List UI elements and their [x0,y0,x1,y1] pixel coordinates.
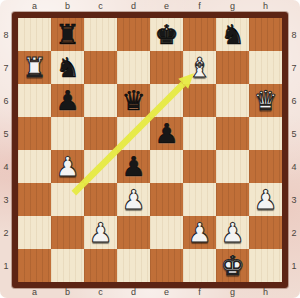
rank-label: 4 [0,150,12,183]
square-d6[interactable]: ♛ [117,84,150,117]
square-c4[interactable] [84,150,117,183]
chess-board[interactable]: ♜♚♞♜♞♝♟♛♛♟♟♟♟♟♟♟♟♚ [18,18,282,282]
square-b3[interactable] [51,183,84,216]
rank-label: 5 [0,117,12,150]
file-label: g [216,286,249,298]
piece-white-pawn[interactable]: ♟ [88,216,112,249]
piece-black-king[interactable]: ♚ [154,18,178,51]
rank-label: 8 [288,18,300,51]
square-e5[interactable]: ♟ [150,117,183,150]
file-label: e [150,286,183,298]
rank-label: 7 [288,51,300,84]
rank-label: 2 [288,216,300,249]
board-frame: ♜♚♞♜♞♝♟♛♛♟♟♟♟♟♟♟♟♚ [12,12,288,288]
square-c6[interactable] [84,84,117,117]
square-d2[interactable] [117,216,150,249]
piece-white-pawn[interactable]: ♟ [220,216,244,249]
file-label: h [249,286,282,298]
square-g3[interactable] [216,183,249,216]
rank-label: 7 [0,51,12,84]
square-c5[interactable] [84,117,117,150]
square-d7[interactable] [117,51,150,84]
square-f4[interactable] [183,150,216,183]
square-c3[interactable] [84,183,117,216]
square-e4[interactable] [150,150,183,183]
square-h8[interactable] [249,18,282,51]
piece-black-queen[interactable]: ♛ [121,84,145,117]
file-label: f [183,286,216,298]
file-label: f [183,0,216,12]
square-b5[interactable] [51,117,84,150]
square-d5[interactable] [117,117,150,150]
piece-white-pawn[interactable]: ♟ [55,150,79,183]
piece-black-pawn[interactable]: ♟ [154,117,178,150]
rank-label: 1 [0,249,12,282]
square-d3[interactable]: ♟ [117,183,150,216]
square-f5[interactable] [183,117,216,150]
square-g6[interactable] [216,84,249,117]
square-h4[interactable] [249,150,282,183]
square-f1[interactable] [183,249,216,282]
square-g2[interactable]: ♟ [216,216,249,249]
square-a5[interactable] [18,117,51,150]
rank-label: 4 [288,150,300,183]
square-d4[interactable]: ♟ [117,150,150,183]
piece-white-king[interactable]: ♚ [220,249,244,282]
piece-white-pawn[interactable]: ♟ [253,183,277,216]
square-h7[interactable] [249,51,282,84]
square-g8[interactable]: ♞ [216,18,249,51]
square-h6[interactable]: ♛ [249,84,282,117]
square-g5[interactable] [216,117,249,150]
square-f3[interactable] [183,183,216,216]
square-h3[interactable]: ♟ [249,183,282,216]
square-a4[interactable] [18,150,51,183]
piece-white-rook[interactable]: ♜ [22,51,46,84]
square-b7[interactable]: ♞ [51,51,84,84]
rank-label: 8 [0,18,12,51]
square-d1[interactable] [117,249,150,282]
piece-black-pawn[interactable]: ♟ [55,84,79,117]
file-label: b [51,0,84,12]
square-e1[interactable] [150,249,183,282]
square-a8[interactable] [18,18,51,51]
piece-black-rook[interactable]: ♜ [55,18,79,51]
file-label: c [84,0,117,12]
file-label: a [18,286,51,298]
rank-label: 2 [0,216,12,249]
file-label: c [84,286,117,298]
square-b6[interactable]: ♟ [51,84,84,117]
file-labels-bottom: abcdefgh [18,286,282,298]
piece-white-pawn[interactable]: ♟ [121,183,145,216]
rank-label: 6 [288,84,300,117]
square-b1[interactable] [51,249,84,282]
square-a1[interactable] [18,249,51,282]
square-h5[interactable] [249,117,282,150]
square-e2[interactable] [150,216,183,249]
rank-label: 3 [288,183,300,216]
square-c1[interactable] [84,249,117,282]
square-e6[interactable] [150,84,183,117]
square-e3[interactable] [150,183,183,216]
square-f7[interactable]: ♝ [183,51,216,84]
file-label: g [216,0,249,12]
square-h2[interactable] [249,216,282,249]
square-a2[interactable] [18,216,51,249]
rank-label: 1 [288,249,300,282]
rank-labels-left: 87654321 [0,18,12,282]
square-g4[interactable] [216,150,249,183]
file-label: h [249,0,282,12]
piece-black-knight[interactable]: ♞ [220,18,244,51]
square-d8[interactable] [117,18,150,51]
square-b4[interactable]: ♟ [51,150,84,183]
square-a6[interactable] [18,84,51,117]
file-label: d [117,0,150,12]
rank-label: 5 [288,117,300,150]
file-label: b [51,286,84,298]
file-label: a [18,0,51,12]
piece-white-bishop[interactable]: ♝ [187,51,211,84]
piece-white-pawn[interactable]: ♟ [187,216,211,249]
piece-white-queen[interactable]: ♛ [253,84,277,117]
square-f6[interactable] [183,84,216,117]
square-c2[interactable]: ♟ [84,216,117,249]
piece-black-pawn[interactable]: ♟ [121,150,145,183]
square-e7[interactable] [150,51,183,84]
square-g7[interactable] [216,51,249,84]
rank-label: 6 [0,84,12,117]
square-g1[interactable]: ♚ [216,249,249,282]
square-f2[interactable]: ♟ [183,216,216,249]
file-labels-top: abcdefgh [18,0,282,12]
square-f8[interactable] [183,18,216,51]
square-e8[interactable]: ♚ [150,18,183,51]
square-b2[interactable] [51,216,84,249]
square-a3[interactable] [18,183,51,216]
square-h1[interactable] [249,249,282,282]
square-c7[interactable] [84,51,117,84]
rank-label: 3 [0,183,12,216]
file-label: d [117,286,150,298]
square-b8[interactable]: ♜ [51,18,84,51]
square-a7[interactable]: ♜ [18,51,51,84]
rank-labels-right: 87654321 [288,18,300,282]
square-c8[interactable] [84,18,117,51]
chess-app-screen: abcdefgh abcdefgh 87654321 87654321 ♜♚♞♜… [0,0,300,298]
file-label: e [150,0,183,12]
piece-black-knight[interactable]: ♞ [55,51,79,84]
